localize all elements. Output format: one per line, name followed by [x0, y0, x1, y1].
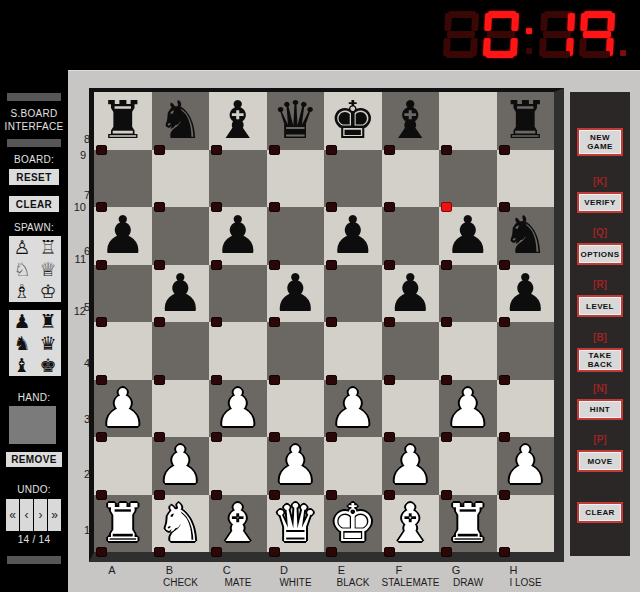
- square-b3[interactable]: [152, 380, 210, 438]
- new-game-button[interactable]: NEW GAME: [577, 128, 623, 156]
- sensor-dot: [211, 260, 222, 270]
- sensor-dot: [154, 317, 165, 327]
- row-label-10: 10: [66, 201, 86, 213]
- square-b6[interactable]: [152, 207, 210, 265]
- sensor-dot: [499, 490, 510, 500]
- square-g7[interactable]: [439, 150, 497, 208]
- square-d7[interactable]: [267, 150, 325, 208]
- chess-board: ♜♞♝♛♚♝♜♟♟♟♟♞♟♟♟♟♟♟♟♟♟♟♟♟♜♞♝♛♚♝♜: [89, 88, 564, 562]
- machine-button-panel: NEW GAME[K]VERIFY[Q]OPTIONS[R]LEVEL[B]TA…: [570, 92, 630, 556]
- square-c1[interactable]: ♝: [209, 495, 267, 553]
- sensor-dot: [441, 145, 452, 155]
- white-pawn-c3[interactable]: ♟: [209, 380, 267, 438]
- sensor-dot: [326, 432, 337, 442]
- file-status-i-lose: I LOSE: [497, 577, 555, 588]
- sensor-dot: [441, 432, 452, 442]
- segment-b: [471, 13, 479, 31]
- segment-b: [567, 13, 575, 31]
- move-button[interactable]: MOVE: [577, 450, 623, 472]
- clock-digit-2: [483, 11, 519, 58]
- square-c7[interactable]: [209, 150, 267, 208]
- spawn-black-king[interactable]: ♚: [35, 354, 61, 376]
- square-f1[interactable]: ♝: [382, 495, 440, 553]
- square-c3[interactable]: ♟: [209, 380, 267, 438]
- sideboard-panel: S.BOARD INTERFACE BOARD: RESET CLEAR SPA…: [0, 0, 68, 592]
- spawn-black-pawn[interactable]: ♟: [9, 310, 35, 332]
- sensor-dot: [499, 432, 510, 442]
- undo-last-button[interactable]: »: [48, 499, 61, 531]
- sensor-dot: [269, 490, 280, 500]
- segment-f: [444, 13, 452, 31]
- sensor-dot: [384, 145, 395, 155]
- square-a1[interactable]: ♜: [94, 495, 152, 553]
- square-f6[interactable]: [382, 207, 440, 265]
- sensor-dot: [326, 260, 337, 270]
- black-knight-h6[interactable]: ♞: [497, 207, 555, 265]
- sensor-dot: [441, 490, 452, 500]
- square-d6[interactable]: [267, 207, 325, 265]
- sensor-dot: [269, 432, 280, 442]
- square-a6[interactable]: ♟: [94, 207, 152, 265]
- square-h4[interactable]: [497, 322, 555, 380]
- square-b1[interactable]: ♞: [152, 495, 210, 553]
- hand-section-label: HAND:: [0, 392, 68, 403]
- segment-e: [443, 38, 451, 56]
- spawn-white-tray: ♙♖♘♕♗♔: [9, 236, 61, 302]
- sensor-dot: [211, 317, 222, 327]
- sensor-dot: [441, 260, 452, 270]
- square-f3[interactable]: [382, 380, 440, 438]
- key-label-options: [Q]: [570, 227, 630, 238]
- segment-f: [540, 13, 548, 31]
- rank-label-4: 4: [70, 357, 90, 369]
- square-g2[interactable]: [439, 437, 497, 495]
- segment-g: [487, 31, 515, 38]
- square-g3[interactable]: ♟: [439, 380, 497, 438]
- spawn-black-bishop[interactable]: ♝: [9, 354, 35, 376]
- sensor-dot: [96, 547, 107, 557]
- black-bishop-f8[interactable]: ♝: [382, 92, 440, 150]
- square-h7[interactable]: [497, 150, 555, 208]
- square-a3[interactable]: ♟: [94, 380, 152, 438]
- white-queen-d1[interactable]: ♛: [267, 495, 325, 553]
- sensor-dot: [211, 432, 222, 442]
- file-letter-C: C: [217, 564, 237, 576]
- square-b4[interactable]: [152, 322, 210, 380]
- segment-e: [579, 38, 587, 56]
- file-status-check: CHECK: [152, 577, 210, 588]
- square-f8[interactable]: ♝: [382, 92, 440, 150]
- sensor-dot: [154, 375, 165, 385]
- square-d8[interactable]: ♛: [267, 92, 325, 150]
- clock-colon: [524, 11, 534, 58]
- clock-decimal-point: [620, 11, 628, 58]
- white-pawn-a3[interactable]: ♟: [94, 380, 152, 438]
- file-letter-B: B: [159, 564, 179, 576]
- square-d1[interactable]: ♛: [267, 495, 325, 553]
- sensor-dot: [154, 145, 165, 155]
- spawn-white-queen[interactable]: ♕: [35, 258, 61, 280]
- file-letter-H: H: [503, 564, 523, 576]
- square-b8[interactable]: ♞: [152, 92, 210, 150]
- square-f5[interactable]: ♟: [382, 265, 440, 323]
- square-d4[interactable]: [267, 322, 325, 380]
- white-pawn-b2[interactable]: ♟: [152, 437, 210, 495]
- key-label-verify: [K]: [570, 176, 630, 187]
- rank-label-2: 2: [70, 468, 90, 480]
- separator-bar: [7, 93, 61, 101]
- sensor-dot: [269, 317, 280, 327]
- square-e7[interactable]: [324, 150, 382, 208]
- black-king-e8[interactable]: ♚: [324, 92, 382, 150]
- file-letter-A: A: [102, 564, 122, 576]
- rank-label-8: 8: [70, 133, 90, 145]
- white-pawn-h2[interactable]: ♟: [497, 437, 555, 495]
- spawn-black-tray: ♟♜♞♛♝♚: [9, 310, 61, 376]
- sensor-dot: [384, 260, 395, 270]
- sensor-dot: [326, 547, 337, 557]
- square-g8[interactable]: [439, 92, 497, 150]
- panel-title-line2: INTERFACE: [0, 121, 68, 132]
- clear-board-button[interactable]: CLEAR: [9, 196, 59, 212]
- black-pawn-b5[interactable]: ♟: [152, 265, 210, 323]
- white-pawn-f2[interactable]: ♟: [382, 437, 440, 495]
- undo-section-label: UNDO:: [0, 484, 68, 495]
- sensor-dot: [326, 375, 337, 385]
- sensor-dot: [384, 432, 395, 442]
- sensor-dot: [499, 202, 510, 212]
- square-h5[interactable]: ♟: [497, 265, 555, 323]
- sensor-dot: [96, 490, 107, 500]
- remove-button[interactable]: REMOVE: [6, 452, 62, 467]
- square-c4[interactable]: [209, 322, 267, 380]
- file-status-draw: DRAW: [439, 577, 497, 588]
- sensor-dot: [384, 490, 395, 500]
- level-button[interactable]: LEVEL: [577, 295, 623, 317]
- sensor-dot: [269, 375, 280, 385]
- undo-counter: 14 / 14: [0, 534, 68, 545]
- sensor-dot: [326, 490, 337, 500]
- square-e8[interactable]: ♚: [324, 92, 382, 150]
- undo-controls: «‹›»: [6, 499, 63, 531]
- sensor-dot: [96, 260, 107, 270]
- hint-button[interactable]: HINT: [577, 399, 623, 420]
- sensor-dot: [384, 317, 395, 327]
- sensor-led-active: [441, 202, 452, 212]
- colon-dot-top: [526, 28, 532, 34]
- square-g5[interactable]: [439, 265, 497, 323]
- square-h8[interactable]: ♜: [497, 92, 555, 150]
- sensor-dot: [96, 202, 107, 212]
- white-pawn-d2[interactable]: ♟: [267, 437, 325, 495]
- sensor-dot: [211, 375, 222, 385]
- separator-bar: [7, 556, 61, 564]
- segment-g: [583, 31, 611, 38]
- square-a2[interactable]: [94, 437, 152, 495]
- white-bishop-f1[interactable]: ♝: [382, 495, 440, 553]
- square-d2[interactable]: ♟: [267, 437, 325, 495]
- hand-slot[interactable]: [9, 406, 56, 444]
- square-e4[interactable]: [324, 322, 382, 380]
- spawn-section-label: SPAWN:: [0, 222, 68, 233]
- file-letter-E: E: [331, 564, 351, 576]
- file-letter-F: F: [389, 564, 409, 576]
- spawn-white-bishop[interactable]: ♗: [9, 280, 35, 302]
- rank-label-3: 3: [70, 413, 90, 425]
- white-pawn-e3[interactable]: ♟: [324, 380, 382, 438]
- sensor-dot: [154, 547, 165, 557]
- spawn-black-rook[interactable]: ♜: [35, 310, 61, 332]
- black-pawn-g6[interactable]: ♟: [439, 207, 497, 265]
- verify-button[interactable]: VERIFY: [577, 192, 623, 213]
- key-label-level: [R]: [570, 279, 630, 290]
- square-b5[interactable]: ♟: [152, 265, 210, 323]
- key-label-move: [P]: [570, 434, 630, 445]
- sensor-dot: [154, 432, 165, 442]
- file-letter-D: D: [274, 564, 294, 576]
- black-pawn-h5[interactable]: ♟: [497, 265, 555, 323]
- square-h6[interactable]: ♞: [497, 207, 555, 265]
- sensor-dot: [211, 547, 222, 557]
- segment-b: [607, 13, 615, 31]
- sensor-dot: [441, 317, 452, 327]
- square-g1[interactable]: ♜: [439, 495, 497, 553]
- row-label-11: 11: [66, 253, 86, 265]
- clock-digit-1: [443, 11, 479, 58]
- segment-f: [580, 13, 588, 31]
- white-pawn-g3[interactable]: ♟: [439, 380, 497, 438]
- sensor-dot: [269, 547, 280, 557]
- sensor-dot: [326, 145, 337, 155]
- sensor-dot: [211, 490, 222, 500]
- file-status-black: BLACK: [324, 577, 382, 588]
- segment-f: [484, 13, 492, 31]
- row-label-9: 9: [66, 149, 86, 161]
- white-bishop-c1[interactable]: ♝: [209, 495, 267, 553]
- panel-title-line1: S.BOARD: [0, 108, 68, 119]
- sensor-dot: [211, 202, 222, 212]
- sensor-dot: [499, 375, 510, 385]
- black-pawn-a6[interactable]: ♟: [94, 207, 152, 265]
- sensor-dot: [499, 547, 510, 557]
- file-status-mate: MATE: [209, 577, 267, 588]
- square-f2[interactable]: ♟: [382, 437, 440, 495]
- square-g6[interactable]: ♟: [439, 207, 497, 265]
- square-a4[interactable]: [94, 322, 152, 380]
- sensor-dot: [96, 375, 107, 385]
- options-button[interactable]: OPTIONS: [577, 243, 623, 265]
- square-h2[interactable]: ♟: [497, 437, 555, 495]
- sensor-dot: [269, 145, 280, 155]
- square-e6[interactable]: ♟: [324, 207, 382, 265]
- take-back-button[interactable]: TAKE BACK: [577, 348, 623, 372]
- row-label-12: 12: [66, 305, 86, 317]
- square-h1[interactable]: [497, 495, 555, 553]
- square-a7[interactable]: [94, 150, 152, 208]
- square-d5[interactable]: ♟: [267, 265, 325, 323]
- black-queen-d8[interactable]: ♛: [267, 92, 325, 150]
- square-e3[interactable]: ♟: [324, 380, 382, 438]
- white-rook-a1[interactable]: ♜: [94, 495, 152, 553]
- sensor-dot: [96, 145, 107, 155]
- sensor-dot: [384, 202, 395, 212]
- sensor-dot: [154, 490, 165, 500]
- square-c2[interactable]: [209, 437, 267, 495]
- square-f4[interactable]: [382, 322, 440, 380]
- sensor-dot: [441, 547, 452, 557]
- sensor-dot: [384, 375, 395, 385]
- segment-b: [511, 13, 519, 31]
- black-bishop-c8[interactable]: ♝: [209, 92, 267, 150]
- spawn-white-rook[interactable]: ♖: [35, 236, 61, 258]
- square-a8[interactable]: ♜: [94, 92, 152, 150]
- spawn-white-king[interactable]: ♔: [35, 280, 61, 302]
- sensor-dot: [154, 260, 165, 270]
- sensor-dot: [96, 432, 107, 442]
- spawn-white-knight[interactable]: ♘: [9, 258, 35, 280]
- segment-g: [543, 31, 571, 38]
- square-d3[interactable]: [267, 380, 325, 438]
- square-e5[interactable]: [324, 265, 382, 323]
- undo-forward-button[interactable]: ›: [34, 499, 47, 531]
- spawn-white-pawn[interactable]: ♙: [9, 236, 35, 258]
- square-f7[interactable]: [382, 150, 440, 208]
- segment-g: [447, 31, 475, 38]
- separator-bar: [7, 139, 61, 147]
- key-label-hint: [N]: [570, 383, 630, 394]
- square-e2[interactable]: [324, 437, 382, 495]
- square-c6[interactable]: ♟: [209, 207, 267, 265]
- square-e1[interactable]: ♚: [324, 495, 382, 553]
- segment-e: [539, 38, 547, 56]
- colon-dot-bottom: [526, 48, 532, 54]
- sensor-dot: [154, 202, 165, 212]
- spawn-black-knight[interactable]: ♞: [9, 332, 35, 354]
- clock-digit-4: [579, 11, 615, 58]
- square-h3[interactable]: [497, 380, 555, 438]
- sensor-dot: [499, 145, 510, 155]
- sensor-dot: [326, 317, 337, 327]
- white-rook-g1[interactable]: ♜: [439, 495, 497, 553]
- spawn-black-queen[interactable]: ♛: [35, 332, 61, 354]
- undo-back-button[interactable]: ‹: [20, 499, 33, 531]
- black-knight-b8[interactable]: ♞: [152, 92, 210, 150]
- sensor-dot: [269, 260, 280, 270]
- file-status-white: WHITE: [267, 577, 325, 588]
- white-knight-b1[interactable]: ♞: [152, 495, 210, 553]
- black-pawn-f5[interactable]: ♟: [382, 265, 440, 323]
- undo-first-button[interactable]: «: [6, 499, 19, 531]
- reset-button[interactable]: RESET: [9, 169, 59, 185]
- sensor-dot: [499, 317, 510, 327]
- sensor-dot: [384, 547, 395, 557]
- led-clock-display: [444, 11, 628, 58]
- black-rook-h8[interactable]: ♜: [497, 92, 555, 150]
- rank-label-1: 1: [70, 524, 90, 536]
- square-a5[interactable]: [94, 265, 152, 323]
- sensor-dot: [269, 202, 280, 212]
- black-pawn-e6[interactable]: ♟: [324, 207, 382, 265]
- square-c8[interactable]: ♝: [209, 92, 267, 150]
- clear-button[interactable]: CLEAR: [577, 502, 623, 523]
- key-label-take-back: [B]: [570, 332, 630, 343]
- black-pawn-c6[interactable]: ♟: [209, 207, 267, 265]
- board-section-label: BOARD:: [0, 154, 68, 165]
- sensor-dot: [499, 260, 510, 270]
- square-b7[interactable]: [152, 150, 210, 208]
- square-b2[interactable]: ♟: [152, 437, 210, 495]
- black-rook-a8[interactable]: ♜: [94, 92, 152, 150]
- sensor-dot: [441, 375, 452, 385]
- square-c5[interactable]: [209, 265, 267, 323]
- rank-label-7: 7: [70, 189, 90, 201]
- black-pawn-d5[interactable]: ♟: [267, 265, 325, 323]
- clock-digit-3: [539, 11, 575, 58]
- file-status-stalemate: STALEMATE: [382, 577, 440, 588]
- sensor-dot: [326, 202, 337, 212]
- segment-e: [483, 38, 491, 56]
- sensor-dot: [211, 145, 222, 155]
- square-g4[interactable]: [439, 322, 497, 380]
- sensorboard-app: S.BOARD INTERFACE BOARD: RESET CLEAR SPA…: [0, 0, 640, 592]
- white-king-e1[interactable]: ♚: [324, 495, 382, 553]
- file-letter-G: G: [446, 564, 466, 576]
- sensor-dot: [96, 317, 107, 327]
